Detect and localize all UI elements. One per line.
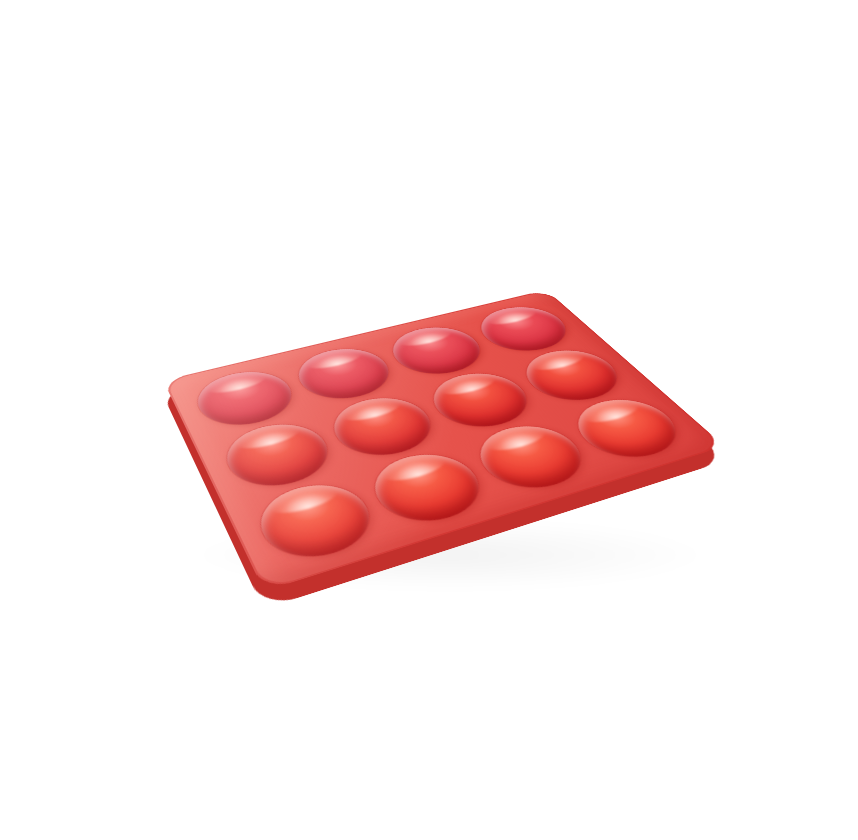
muffin-cup-r3c2 [360, 445, 497, 532]
muffin-pan [163, 290, 725, 592]
scene [0, 0, 858, 840]
muffin-cup-r1c1 [188, 364, 304, 434]
product-photo [0, 0, 858, 840]
muffin-cup-r3c1 [248, 475, 386, 569]
muffin-cup-r2c1 [215, 415, 341, 496]
cup-cell-r3c3 [455, 413, 609, 504]
muffin-cup-r3c3 [464, 417, 600, 498]
cup-cell-r2c1 [207, 411, 351, 501]
